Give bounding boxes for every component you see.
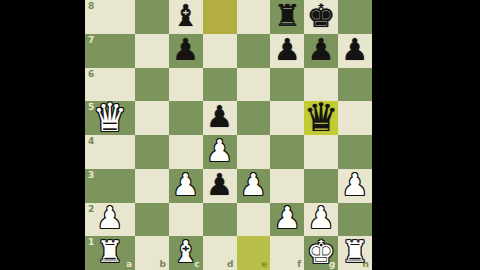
- square-f3[interactable]: [270, 169, 304, 203]
- square-g4[interactable]: [304, 135, 338, 169]
- piece-white-king-g1[interactable]: ♚: [304, 235, 338, 269]
- rank-label-7: 7: [88, 36, 94, 45]
- piece-black-queen-g5[interactable]: ♛: [304, 100, 338, 134]
- video-frame: 8♝♜♚7♟♟♟♟65♛♟♛4♟3♟♟♟♟2♟♟♟1a♜bc♝defg♚h♜: [0, 0, 480, 270]
- square-f5[interactable]: [270, 101, 304, 135]
- square-f6[interactable]: [270, 68, 304, 102]
- square-h1[interactable]: h♜: [338, 236, 372, 270]
- square-b3[interactable]: [135, 169, 169, 203]
- piece-white-pawn-a2[interactable]: ♟: [85, 202, 135, 236]
- square-b2[interactable]: [135, 203, 169, 237]
- piece-white-pawn-d4[interactable]: ♟: [203, 134, 237, 168]
- square-a2[interactable]: 2♟: [85, 203, 135, 237]
- letterbox-left: [0, 0, 85, 270]
- square-e8[interactable]: [237, 0, 271, 34]
- piece-black-pawn-f7[interactable]: ♟: [270, 33, 304, 67]
- square-d1[interactable]: d: [203, 236, 237, 270]
- square-g5[interactable]: ♛: [304, 101, 338, 135]
- piece-white-rook-a1[interactable]: ♜: [85, 235, 135, 269]
- square-c5[interactable]: [169, 101, 203, 135]
- chess-board: 8♝♜♚7♟♟♟♟65♛♟♛4♟3♟♟♟♟2♟♟♟1a♜bc♝defg♚h♜: [85, 0, 372, 270]
- square-b1[interactable]: b: [135, 236, 169, 270]
- square-c1[interactable]: c♝: [169, 236, 203, 270]
- square-c3[interactable]: ♟: [169, 169, 203, 203]
- square-h3[interactable]: ♟: [338, 169, 372, 203]
- square-a8[interactable]: 8: [85, 0, 135, 34]
- square-e1[interactable]: e: [237, 236, 271, 270]
- square-e2[interactable]: [237, 203, 271, 237]
- square-f2[interactable]: ♟: [270, 203, 304, 237]
- square-h6[interactable]: [338, 68, 372, 102]
- square-e4[interactable]: [237, 135, 271, 169]
- square-d5[interactable]: ♟: [203, 101, 237, 135]
- rank-label-8: 8: [88, 2, 94, 11]
- square-b8[interactable]: [135, 0, 169, 34]
- piece-black-pawn-d5[interactable]: ♟: [203, 100, 237, 134]
- file-label-e: e: [261, 260, 267, 269]
- square-h2[interactable]: [338, 203, 372, 237]
- square-a1[interactable]: 1a♜: [85, 236, 135, 270]
- square-a4[interactable]: 4: [85, 135, 135, 169]
- piece-white-queen-a5[interactable]: ♛: [85, 100, 135, 134]
- square-e5[interactable]: [237, 101, 271, 135]
- square-h5[interactable]: [338, 101, 372, 135]
- square-g2[interactable]: ♟: [304, 203, 338, 237]
- piece-white-rook-h1[interactable]: ♜: [338, 235, 372, 269]
- piece-black-king-g8[interactable]: ♚: [304, 0, 338, 33]
- piece-black-rook-f8[interactable]: ♜: [270, 0, 304, 33]
- square-f4[interactable]: [270, 135, 304, 169]
- square-c2[interactable]: [169, 203, 203, 237]
- piece-black-pawn-h7[interactable]: ♟: [338, 33, 372, 67]
- square-f1[interactable]: f: [270, 236, 304, 270]
- letterbox-right: [372, 0, 480, 270]
- square-c6[interactable]: [169, 68, 203, 102]
- file-label-d: d: [227, 260, 233, 269]
- piece-white-pawn-f2[interactable]: ♟: [270, 202, 304, 236]
- square-b7[interactable]: [135, 34, 169, 68]
- square-d3[interactable]: ♟: [203, 169, 237, 203]
- square-f7[interactable]: ♟: [270, 34, 304, 68]
- square-g1[interactable]: g♚: [304, 236, 338, 270]
- square-a3[interactable]: 3: [85, 169, 135, 203]
- file-label-f: f: [297, 260, 301, 269]
- piece-white-bishop-c1[interactable]: ♝: [169, 235, 203, 269]
- piece-white-pawn-e3[interactable]: ♟: [237, 168, 271, 202]
- square-h8[interactable]: [338, 0, 372, 34]
- square-b4[interactable]: [135, 135, 169, 169]
- square-d4[interactable]: ♟: [203, 135, 237, 169]
- square-h7[interactable]: ♟: [338, 34, 372, 68]
- square-g7[interactable]: ♟: [304, 34, 338, 68]
- square-c7[interactable]: ♟: [169, 34, 203, 68]
- square-c8[interactable]: ♝: [169, 0, 203, 34]
- square-b6[interactable]: [135, 68, 169, 102]
- square-g8[interactable]: ♚: [304, 0, 338, 34]
- file-label-b: b: [159, 260, 165, 269]
- piece-white-pawn-g2[interactable]: ♟: [304, 202, 338, 236]
- piece-white-pawn-c3[interactable]: ♟: [169, 168, 203, 202]
- square-b5[interactable]: [135, 101, 169, 135]
- rank-label-6: 6: [88, 70, 94, 79]
- square-e7[interactable]: [237, 34, 271, 68]
- piece-black-bishop-c8[interactable]: ♝: [169, 0, 203, 33]
- piece-black-pawn-d3[interactable]: ♟: [203, 168, 237, 202]
- square-f8[interactable]: ♜: [270, 0, 304, 34]
- square-h4[interactable]: [338, 135, 372, 169]
- piece-black-pawn-g7[interactable]: ♟: [304, 33, 338, 67]
- piece-black-pawn-c7[interactable]: ♟: [169, 33, 203, 67]
- square-a7[interactable]: 7: [85, 34, 135, 68]
- square-c4[interactable]: [169, 135, 203, 169]
- square-d8[interactable]: [203, 0, 237, 34]
- square-e6[interactable]: [237, 68, 271, 102]
- square-e3[interactable]: ♟: [237, 169, 271, 203]
- rank-label-3: 3: [88, 171, 94, 180]
- square-d2[interactable]: [203, 203, 237, 237]
- square-g3[interactable]: [304, 169, 338, 203]
- piece-white-pawn-h3[interactable]: ♟: [338, 168, 372, 202]
- square-a5[interactable]: 5♛: [85, 101, 135, 135]
- square-d7[interactable]: [203, 34, 237, 68]
- square-d6[interactable]: [203, 68, 237, 102]
